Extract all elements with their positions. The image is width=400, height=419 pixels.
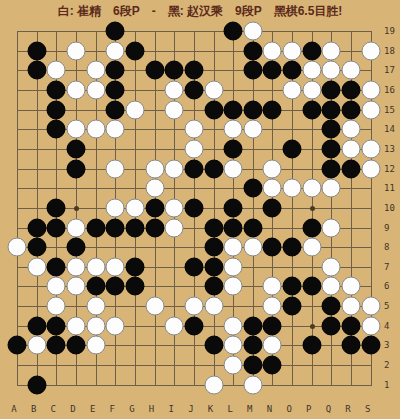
white-stone-L14[interactable] (224, 120, 243, 139)
black-stone-J12[interactable] (184, 159, 203, 178)
column-label-F: F (110, 404, 115, 414)
white-stone-F7[interactable] (106, 257, 125, 276)
row-label-18: 18 (384, 46, 395, 56)
black-stone-Q16[interactable] (322, 80, 341, 99)
white-stone-E5[interactable] (86, 297, 105, 316)
white-stone-N11[interactable] (263, 179, 282, 198)
column-label-R: R (345, 404, 350, 414)
white-stone-Q9[interactable] (322, 218, 341, 237)
white-stone-S13[interactable] (361, 139, 380, 158)
black-stone-F16[interactable] (106, 80, 125, 99)
white-stone-S4[interactable] (361, 316, 380, 335)
black-stone-D8[interactable] (66, 238, 85, 257)
black-stone-M3[interactable] (243, 336, 262, 355)
black-stone-F19[interactable] (106, 22, 125, 41)
white-stone-R17[interactable] (342, 61, 361, 80)
black-stone-C10[interactable] (47, 198, 66, 217)
black-stone-J10[interactable] (184, 198, 203, 217)
black-stone-N10[interactable] (263, 198, 282, 217)
row-label-3: 3 (384, 340, 389, 350)
row-label-6: 6 (384, 281, 389, 291)
black-stone-R4[interactable] (342, 316, 361, 335)
black-stone-F15[interactable] (106, 100, 125, 119)
white-stone-E14[interactable] (86, 120, 105, 139)
row-label-10: 10 (384, 203, 395, 213)
black-stone-G6[interactable] (125, 277, 144, 296)
black-stone-Q5[interactable] (322, 297, 341, 316)
white-stone-F18[interactable] (106, 41, 125, 60)
white-stone-L4[interactable] (224, 316, 243, 335)
white-stone-N5[interactable] (263, 297, 282, 316)
column-label-Q: Q (326, 404, 331, 414)
white-stone-I4[interactable] (165, 316, 184, 335)
white-stone-J14[interactable] (184, 120, 203, 139)
white-stone-R5[interactable] (342, 297, 361, 316)
white-stone-D9[interactable] (66, 218, 85, 237)
black-stone-J16[interactable] (184, 80, 203, 99)
black-stone-N4[interactable] (263, 316, 282, 335)
black-stone-Q13[interactable] (322, 139, 341, 158)
white-stone-K16[interactable] (204, 80, 223, 99)
white-stone-C6[interactable] (47, 277, 66, 296)
white-stone-R13[interactable] (342, 139, 361, 158)
black-stone-F6[interactable] (106, 277, 125, 296)
black-stone-N8[interactable] (263, 238, 282, 257)
black-stone-M2[interactable] (243, 356, 262, 375)
white-stone-Q7[interactable] (322, 257, 341, 276)
white-stone-L7[interactable] (224, 257, 243, 276)
black-stone-P6[interactable] (302, 277, 321, 296)
white-stone-C5[interactable] (47, 297, 66, 316)
black-stone-K12[interactable] (204, 159, 223, 178)
black-stone-C15[interactable] (47, 100, 66, 119)
white-stone-F10[interactable] (106, 198, 125, 217)
black-stone-M17[interactable] (243, 61, 262, 80)
white-stone-I16[interactable] (165, 80, 184, 99)
black-stone-C16[interactable] (47, 80, 66, 99)
white-stone-E3[interactable] (86, 336, 105, 355)
black-stone-K6[interactable] (204, 277, 223, 296)
black-stone-J17[interactable] (184, 61, 203, 80)
go-app: 白: 崔精6段P-黑: 赵汉乘9段P黑棋6.5目胜! ABCDEFGHIJKLM… (0, 0, 400, 419)
white-stone-D6[interactable] (66, 277, 85, 296)
black-stone-B8[interactable] (27, 238, 46, 257)
black-stone-D13[interactable] (66, 139, 85, 158)
white-stone-N3[interactable] (263, 336, 282, 355)
white-stone-R6[interactable] (342, 277, 361, 296)
black-stone-B18[interactable] (27, 41, 46, 60)
column-label-G: G (129, 404, 134, 414)
row-label-14: 14 (384, 124, 395, 134)
black-stone-C14[interactable] (47, 120, 66, 139)
white-stone-N12[interactable] (263, 159, 282, 178)
row-label-2: 2 (384, 360, 389, 370)
white-stone-I12[interactable] (165, 159, 184, 178)
black-stone-L15[interactable] (224, 100, 243, 119)
white-stone-E7[interactable] (86, 257, 105, 276)
white-stone-E16[interactable] (86, 80, 105, 99)
black-stone-M9[interactable] (243, 218, 262, 237)
white-stone-E17[interactable] (86, 61, 105, 80)
black-stone-K8[interactable] (204, 238, 223, 257)
column-label-N: N (267, 404, 272, 414)
white-stone-S18[interactable] (361, 41, 380, 60)
black-stone-P15[interactable] (302, 100, 321, 119)
white-stone-Q6[interactable] (322, 277, 341, 296)
white-stone-N6[interactable] (263, 277, 282, 296)
row-label-8: 8 (384, 242, 389, 252)
black-stone-K7[interactable] (204, 257, 223, 276)
column-label-M: M (247, 404, 252, 414)
black-stone-K9[interactable] (204, 218, 223, 237)
column-label-J: J (188, 404, 193, 414)
white-stone-M1[interactable] (243, 375, 262, 394)
white-stone-B7[interactable] (27, 257, 46, 276)
white-stone-M14[interactable] (243, 120, 262, 139)
hoshi-point (74, 206, 79, 211)
white-stone-P17[interactable] (302, 61, 321, 80)
white-stone-H5[interactable] (145, 297, 164, 316)
row-label-15: 15 (384, 105, 395, 115)
black-stone-Q4[interactable] (322, 316, 341, 335)
black-stone-E9[interactable] (86, 218, 105, 237)
black-stone-Q14[interactable] (322, 120, 341, 139)
row-label-7: 7 (384, 262, 389, 272)
white-stone-C17[interactable] (47, 61, 66, 80)
white-stone-L12[interactable] (224, 159, 243, 178)
black-stone-L19[interactable] (224, 22, 243, 41)
black-stone-K15[interactable] (204, 100, 223, 119)
white-stone-Q18[interactable] (322, 41, 341, 60)
white-stone-S15[interactable] (361, 100, 380, 119)
white-stone-I10[interactable] (165, 198, 184, 217)
black-stone-N15[interactable] (263, 100, 282, 119)
white-stone-P8[interactable] (302, 238, 321, 257)
black-stone-L9[interactable] (224, 218, 243, 237)
white-stone-K5[interactable] (204, 297, 223, 316)
black-stone-K3[interactable] (204, 336, 223, 355)
column-label-C: C (51, 404, 56, 414)
black-stone-M18[interactable] (243, 41, 262, 60)
hoshi-point (310, 324, 315, 329)
black-stone-G7[interactable] (125, 257, 144, 276)
white-stone-L6[interactable] (224, 277, 243, 296)
white-stone-H12[interactable] (145, 159, 164, 178)
white-stone-B3[interactable] (27, 336, 46, 355)
black-stone-O8[interactable] (283, 238, 302, 257)
white-stone-S16[interactable] (361, 80, 380, 99)
row-label-19: 19 (384, 26, 395, 36)
black-stone-R12[interactable] (342, 159, 361, 178)
row-label-4: 4 (384, 321, 389, 331)
black-stone-O13[interactable] (283, 139, 302, 158)
black-stone-N17[interactable] (263, 61, 282, 80)
black-stone-F9[interactable] (106, 218, 125, 237)
black-stone-O5[interactable] (283, 297, 302, 316)
white-stone-D7[interactable] (66, 257, 85, 276)
black-stone-O6[interactable] (283, 277, 302, 296)
column-label-P: P (306, 404, 311, 414)
black-stone-M4[interactable] (243, 316, 262, 335)
black-stone-C4[interactable] (47, 316, 66, 335)
column-label-E: E (90, 404, 95, 414)
white-stone-R14[interactable] (342, 120, 361, 139)
black-stone-R16[interactable] (342, 80, 361, 99)
black-stone-C3[interactable] (47, 336, 66, 355)
white-stone-K1[interactable] (204, 375, 223, 394)
black-stone-P3[interactable] (302, 336, 321, 355)
black-stone-C9[interactable] (47, 218, 66, 237)
black-stone-H9[interactable] (145, 218, 164, 237)
black-stone-I17[interactable] (165, 61, 184, 80)
black-stone-B9[interactable] (27, 218, 46, 237)
white-stone-D16[interactable] (66, 80, 85, 99)
row-label-17: 17 (384, 65, 395, 75)
black-stone-D12[interactable] (66, 159, 85, 178)
black-stone-F17[interactable] (106, 61, 125, 80)
black-stone-D3[interactable] (66, 336, 85, 355)
black-stone-H10[interactable] (145, 198, 164, 217)
black-stone-M11[interactable] (243, 179, 262, 198)
column-label-I: I (168, 404, 173, 414)
white-stone-Q17[interactable] (322, 61, 341, 80)
white-stone-F4[interactable] (106, 316, 125, 335)
black-stone-G18[interactable] (125, 41, 144, 60)
black-stone-P18[interactable] (302, 41, 321, 60)
column-label-A: A (11, 404, 16, 414)
white-stone-H11[interactable] (145, 179, 164, 198)
row-label-12: 12 (384, 164, 395, 174)
column-label-D: D (70, 404, 75, 414)
white-stone-S5[interactable] (361, 297, 380, 316)
white-stone-D4[interactable] (66, 316, 85, 335)
white-stone-L2[interactable] (224, 356, 243, 375)
white-stone-D18[interactable] (66, 41, 85, 60)
white-stone-J13[interactable] (184, 139, 203, 158)
column-label-B: B (31, 404, 36, 414)
row-label-16: 16 (384, 85, 395, 95)
column-label-O: O (286, 404, 291, 414)
column-label-K: K (208, 404, 213, 414)
white-stone-P11[interactable] (302, 179, 321, 198)
row-label-9: 9 (384, 223, 389, 233)
white-stone-G15[interactable] (125, 100, 144, 119)
black-stone-S3[interactable] (361, 336, 380, 355)
black-stone-L10[interactable] (224, 198, 243, 217)
black-stone-O17[interactable] (283, 61, 302, 80)
black-stone-M15[interactable] (243, 100, 262, 119)
black-stone-R15[interactable] (342, 100, 361, 119)
white-stone-M8[interactable] (243, 238, 262, 257)
white-stone-L3[interactable] (224, 336, 243, 355)
white-stone-S12[interactable] (361, 159, 380, 178)
black-stone-B17[interactable] (27, 61, 46, 80)
black-stone-E6[interactable] (86, 277, 105, 296)
black-stone-H17[interactable] (145, 61, 164, 80)
row-label-13: 13 (384, 144, 395, 154)
black-stone-J4[interactable] (184, 316, 203, 335)
white-stone-F14[interactable] (106, 120, 125, 139)
black-stone-A3[interactable] (8, 336, 27, 355)
white-stone-I9[interactable] (165, 218, 184, 237)
black-stone-C7[interactable] (47, 257, 66, 276)
black-stone-L13[interactable] (224, 139, 243, 158)
column-label-L: L (227, 404, 232, 414)
white-stone-D14[interactable] (66, 120, 85, 139)
column-label-S: S (365, 404, 370, 414)
black-stone-B4[interactable] (27, 316, 46, 335)
white-stone-Q11[interactable] (322, 179, 341, 198)
row-label-11: 11 (384, 183, 395, 193)
white-stone-E4[interactable] (86, 316, 105, 335)
white-stone-I15[interactable] (165, 100, 184, 119)
white-stone-L8[interactable] (224, 238, 243, 257)
black-stone-Q15[interactable] (322, 100, 341, 119)
white-stone-O18[interactable] (283, 41, 302, 60)
white-stone-F12[interactable] (106, 159, 125, 178)
black-stone-P9[interactable] (302, 218, 321, 237)
hoshi-point (310, 206, 315, 211)
column-label-H: H (149, 404, 154, 414)
grid-line-horizontal (17, 31, 372, 32)
row-label-1: 1 (384, 380, 389, 390)
white-stone-N18[interactable] (263, 41, 282, 60)
go-board: ABCDEFGHIJKLMNOPQRS191817161514131211109… (0, 0, 400, 419)
black-stone-G9[interactable] (125, 218, 144, 237)
white-stone-O16[interactable] (283, 80, 302, 99)
white-stone-G10[interactable] (125, 198, 144, 217)
white-stone-O11[interactable] (283, 179, 302, 198)
white-stone-J5[interactable] (184, 297, 203, 316)
black-stone-J7[interactable] (184, 257, 203, 276)
black-stone-Q12[interactable] (322, 159, 341, 178)
row-label-5: 5 (384, 301, 389, 311)
black-stone-N2[interactable] (263, 356, 282, 375)
white-stone-A8[interactable] (8, 238, 27, 257)
white-stone-M19[interactable] (243, 22, 262, 41)
black-stone-B1[interactable] (27, 375, 46, 394)
black-stone-R3[interactable] (342, 336, 361, 355)
white-stone-P16[interactable] (302, 80, 321, 99)
